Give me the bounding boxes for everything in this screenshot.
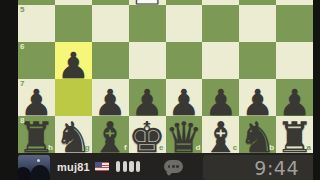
square-h5[interactable]: 5 <box>18 5 55 42</box>
square-h8[interactable]: ♜8h <box>18 116 55 153</box>
square-c5[interactable] <box>202 5 239 42</box>
square-d6[interactable] <box>166 42 203 79</box>
square-g8[interactable]: ♞g <box>55 116 92 153</box>
file-label-g: g <box>85 144 90 152</box>
square-f6[interactable] <box>92 42 129 79</box>
square-a8[interactable]: ♜a <box>276 116 313 153</box>
clock-time: 9:44 <box>254 157 313 179</box>
avatar-moon-detail <box>37 159 40 162</box>
square-b5[interactable] <box>239 5 276 42</box>
square-c6[interactable] <box>202 42 239 79</box>
signal-bars-icon <box>116 161 141 172</box>
video-frame: ♟56♟♟7♟♟♟♟♟♟♜8h♞g♝f♚e♛d♝c♞b♜a muj81 9:44 <box>0 0 320 180</box>
square-e8[interactable]: ♚e <box>129 116 166 153</box>
rank-label-6: 6 <box>20 43 24 51</box>
player-username: muj81 <box>57 161 90 173</box>
square-d5[interactable] <box>166 5 203 42</box>
player-info: muj81 <box>57 153 140 180</box>
square-g5[interactable] <box>55 5 92 42</box>
file-label-a: a <box>307 144 311 152</box>
chat-bubble-icon <box>164 160 183 173</box>
square-h6[interactable]: 6 <box>18 42 55 79</box>
chess-app: ♟56♟♟7♟♟♟♟♟♟♜8h♞g♝f♚e♛d♝c♞b♜a muj81 9:44 <box>18 0 313 180</box>
player-clock: 9:44 <box>203 155 313 180</box>
file-label-c: c <box>233 144 237 152</box>
square-c8[interactable]: ♝c <box>202 116 239 153</box>
square-g6[interactable]: ♟ <box>55 42 92 79</box>
us-flag-icon <box>95 162 109 171</box>
file-label-h: h <box>48 144 53 152</box>
square-a5[interactable] <box>276 5 313 42</box>
square-h7[interactable]: ♟7 <box>18 79 55 116</box>
rank-label-7: 7 <box>20 80 24 88</box>
rank-label-8: 8 <box>20 117 24 125</box>
square-f5[interactable] <box>92 5 129 42</box>
file-label-d: d <box>195 144 200 152</box>
player-bar: muj81 9:44 <box>18 153 313 180</box>
board-grid: ♟56♟♟7♟♟♟♟♟♟♜8h♞g♝f♚e♛d♝c♞b♜a <box>18 0 313 153</box>
square-g7[interactable] <box>55 79 92 116</box>
square-b8[interactable]: ♞b <box>239 116 276 153</box>
square-b7[interactable]: ♟ <box>239 79 276 116</box>
square-e5[interactable] <box>129 5 166 42</box>
square-e7[interactable]: ♟ <box>129 79 166 116</box>
chess-board: ♟56♟♟7♟♟♟♟♟♟♜8h♞g♝f♚e♛d♝c♞b♜a <box>18 0 313 153</box>
square-d7[interactable]: ♟ <box>166 79 203 116</box>
file-label-f: f <box>124 144 127 152</box>
rank-label-5: 5 <box>20 6 24 14</box>
square-e6[interactable] <box>129 42 166 79</box>
file-label-e: e <box>159 144 163 152</box>
square-c7[interactable]: ♟ <box>202 79 239 116</box>
avatar-tree-silhouette <box>30 165 50 180</box>
player-avatar[interactable] <box>18 155 50 180</box>
square-a6[interactable] <box>276 42 313 79</box>
chat-button[interactable] <box>164 160 184 175</box>
square-d8[interactable]: ♛d <box>166 116 203 153</box>
square-a7[interactable]: ♟ <box>276 79 313 116</box>
square-f7[interactable]: ♟ <box>92 79 129 116</box>
file-label-b: b <box>269 144 274 152</box>
square-b6[interactable] <box>239 42 276 79</box>
square-f8[interactable]: ♝f <box>92 116 129 153</box>
